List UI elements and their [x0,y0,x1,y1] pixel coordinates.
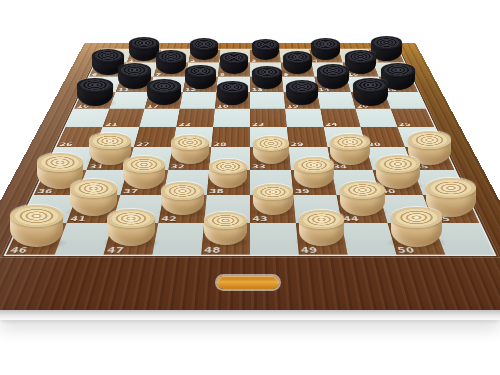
black-piece[interactable] [147,79,181,105]
black-piece[interactable] [283,51,312,74]
square-number: 27 [136,142,151,147]
black-piece[interactable] [77,78,113,106]
piece-top [253,136,289,151]
light-square [139,109,179,127]
square-number: 23 [252,122,265,127]
brass-plaque [217,276,279,289]
white-piece[interactable] [161,182,204,215]
black-piece[interactable] [317,64,349,89]
white-piece[interactable] [171,135,209,165]
piece-top [391,207,442,228]
white-piece[interactable] [107,209,155,247]
piece-top [171,135,209,150]
piece-top [376,155,420,173]
piece-top [253,184,293,200]
piece-top [408,131,451,149]
piece-top [10,205,63,227]
piece-top [123,156,165,173]
piece-top [317,64,349,77]
black-piece[interactable] [185,65,216,89]
black-piece[interactable] [190,38,218,60]
black-piece[interactable] [252,39,279,60]
square-number: 25 [397,122,411,127]
light-square [250,92,285,109]
square-number: 21 [105,122,119,127]
black-piece[interactable] [217,81,248,105]
white-piece[interactable] [299,210,345,246]
piece-top [299,210,345,228]
white-piece[interactable] [294,157,334,188]
piece-top [283,51,312,63]
square-23[interactable]: 23 [250,109,287,127]
piece-top [371,36,402,49]
piece-top [330,134,370,150]
white-piece[interactable] [204,212,247,246]
light-square [250,223,299,255]
light-square [285,109,324,127]
black-piece[interactable] [345,50,377,75]
light-square [213,109,250,127]
black-piece[interactable] [220,52,248,74]
black-piece[interactable] [156,50,187,74]
piece-top [426,178,476,198]
square-24[interactable]: 24 [320,109,360,127]
white-piece[interactable] [391,207,442,247]
piece-top [107,209,155,229]
square-number: 22 [178,122,191,127]
stage: 1234567891011121314151617181920212223242… [0,0,500,375]
white-piece[interactable] [253,136,289,164]
white-piece[interactable] [330,134,370,165]
piece-top [381,63,416,77]
piece-top [147,79,181,93]
square-number: 24 [325,122,339,127]
light-square [152,223,204,255]
black-piece[interactable] [311,38,340,61]
piece-top [156,50,187,62]
square-29[interactable]: 29 [287,127,328,147]
piece-top [118,63,151,77]
square-number: 26 [58,142,74,147]
piece-top [161,182,204,199]
white-piece[interactable] [123,156,165,189]
piece-top [190,38,218,49]
square-28[interactable]: 28 [211,127,250,147]
light-square [180,92,217,109]
black-piece[interactable] [129,37,159,61]
piece-top [340,181,385,199]
piece-top [345,50,377,63]
piece-top [252,66,282,78]
black-piece[interactable] [252,66,282,89]
square-number: 29 [290,142,304,147]
black-piece[interactable] [286,80,318,105]
white-piece[interactable] [209,159,247,189]
square-number: 28 [213,142,227,147]
piece-top [209,159,247,174]
square-21[interactable]: 21 [103,109,145,127]
white-piece[interactable] [340,181,385,216]
black-piece[interactable] [353,78,388,105]
board-front-edge [0,310,500,320]
square-22[interactable]: 22 [176,109,215,127]
piece-top [77,78,113,93]
white-piece[interactable] [10,205,63,247]
piece-top [311,38,340,50]
white-piece[interactable] [253,184,293,216]
piece-top [252,39,279,50]
square-25[interactable]: 25 [391,109,435,127]
